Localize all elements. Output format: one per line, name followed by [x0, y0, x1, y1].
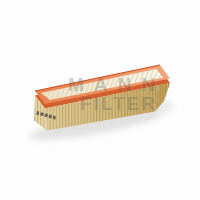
air-filter-illustration: [0, 0, 200, 200]
product-photo: MANN FILTER: [0, 0, 200, 200]
